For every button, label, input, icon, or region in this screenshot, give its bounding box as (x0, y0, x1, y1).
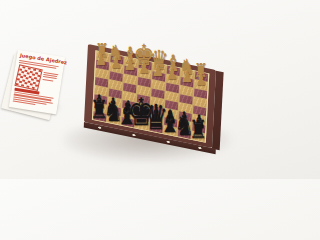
white-pawn-a2[interactable]: ♟ (195, 73, 206, 89)
instruction-leaflet: Juego de Ajedrez (11, 53, 63, 113)
white-pawn-f2[interactable]: ♟ (124, 59, 135, 75)
black-rook-a8[interactable]: ♜ (189, 117, 207, 142)
white-pawn-h2[interactable]: ♟ (96, 53, 107, 69)
white-pawn-d2[interactable]: ♟ (153, 65, 164, 81)
scene: ♜♞♝♚♛♝♞♜♟♟♟♟♟♟♟♟♟♟♟♟♟♟♟♟♜♞♝♚♛♝♞♜ Juego d… (0, 0, 240, 179)
white-pawn-e2[interactable]: ♟ (138, 62, 149, 78)
leaflet-chessboard-diagram (14, 64, 42, 91)
white-pawn-c2[interactable]: ♟ (167, 67, 178, 83)
white-pawn-b2[interactable]: ♟ (181, 70, 192, 86)
leaflet-side-text (42, 69, 60, 84)
white-pawn-g2[interactable]: ♟ (110, 56, 121, 72)
leaflet-front-sheet: Juego de Ajedrez (9, 50, 65, 115)
